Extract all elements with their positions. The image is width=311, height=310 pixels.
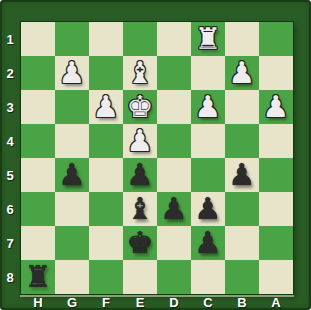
- square-f4[interactable]: [89, 124, 123, 158]
- chess-board-frame: 12345678 ♜♟♝♟♟♚♟♟♟♟♟♟♝♟♟♚♟♜ HGFEDCBA: [0, 0, 311, 310]
- square-e5[interactable]: ♟: [123, 158, 157, 192]
- square-a6[interactable]: [259, 192, 293, 226]
- square-a4[interactable]: [259, 124, 293, 158]
- square-e3[interactable]: ♚: [123, 90, 157, 124]
- square-h4[interactable]: [21, 124, 55, 158]
- square-d3[interactable]: [157, 90, 191, 124]
- square-c3[interactable]: ♟: [191, 90, 225, 124]
- square-f2[interactable]: [89, 56, 123, 90]
- piece-white-pawn[interactable]: ♟: [89, 90, 123, 124]
- square-a1[interactable]: [259, 22, 293, 56]
- piece-black-bishop[interactable]: ♝: [123, 192, 157, 226]
- square-e8[interactable]: [123, 260, 157, 294]
- square-g6[interactable]: [55, 192, 89, 226]
- file-labels: HGFEDCBA: [21, 294, 293, 310]
- square-h7[interactable]: [21, 226, 55, 260]
- square-f6[interactable]: [89, 192, 123, 226]
- file-label-h: H: [21, 294, 55, 310]
- square-h6[interactable]: [21, 192, 55, 226]
- square-b4[interactable]: [225, 124, 259, 158]
- square-e1[interactable]: [123, 22, 157, 56]
- rank-label-1: 1: [0, 22, 20, 56]
- file-label-b: B: [225, 294, 259, 310]
- square-b3[interactable]: [225, 90, 259, 124]
- square-b5[interactable]: ♟: [225, 158, 259, 192]
- square-b2[interactable]: ♟: [225, 56, 259, 90]
- file-label-f: F: [89, 294, 123, 310]
- square-d8[interactable]: [157, 260, 191, 294]
- square-e6[interactable]: ♝: [123, 192, 157, 226]
- square-d6[interactable]: ♟: [157, 192, 191, 226]
- square-e7[interactable]: ♚: [123, 226, 157, 260]
- square-g8[interactable]: [55, 260, 89, 294]
- rank-label-5: 5: [0, 158, 20, 192]
- square-g2[interactable]: ♟: [55, 56, 89, 90]
- square-d7[interactable]: [157, 226, 191, 260]
- square-a7[interactable]: [259, 226, 293, 260]
- rank-label-7: 7: [0, 226, 20, 260]
- square-c7[interactable]: ♟: [191, 226, 225, 260]
- piece-black-pawn[interactable]: ♟: [55, 158, 89, 192]
- square-b6[interactable]: [225, 192, 259, 226]
- piece-black-pawn[interactable]: ♟: [157, 192, 191, 226]
- square-g1[interactable]: [55, 22, 89, 56]
- file-label-c: C: [191, 294, 225, 310]
- piece-black-pawn[interactable]: ♟: [123, 158, 157, 192]
- file-label-a: A: [259, 294, 293, 310]
- square-f7[interactable]: [89, 226, 123, 260]
- square-a2[interactable]: [259, 56, 293, 90]
- square-d5[interactable]: [157, 158, 191, 192]
- square-h8[interactable]: ♜: [21, 260, 55, 294]
- piece-black-king[interactable]: ♚: [123, 226, 157, 260]
- square-g4[interactable]: [55, 124, 89, 158]
- rank-label-6: 6: [0, 192, 20, 226]
- chess-board: ♜♟♝♟♟♚♟♟♟♟♟♟♝♟♟♚♟♜: [20, 21, 294, 295]
- square-b7[interactable]: [225, 226, 259, 260]
- piece-white-pawn[interactable]: ♟: [123, 124, 157, 158]
- square-a8[interactable]: [259, 260, 293, 294]
- square-d2[interactable]: [157, 56, 191, 90]
- rank-label-3: 3: [0, 90, 20, 124]
- piece-black-rook[interactable]: ♜: [21, 260, 55, 294]
- square-a3[interactable]: ♟: [259, 90, 293, 124]
- square-b1[interactable]: [225, 22, 259, 56]
- square-f3[interactable]: ♟: [89, 90, 123, 124]
- square-c2[interactable]: [191, 56, 225, 90]
- file-label-d: D: [157, 294, 191, 310]
- square-d1[interactable]: [157, 22, 191, 56]
- rank-label-2: 2: [0, 56, 20, 90]
- piece-white-pawn[interactable]: ♟: [259, 90, 293, 124]
- square-f5[interactable]: [89, 158, 123, 192]
- piece-white-pawn[interactable]: ♟: [191, 90, 225, 124]
- square-h3[interactable]: [21, 90, 55, 124]
- square-h5[interactable]: [21, 158, 55, 192]
- file-label-e: E: [123, 294, 157, 310]
- piece-white-bishop[interactable]: ♝: [123, 56, 157, 90]
- square-g7[interactable]: [55, 226, 89, 260]
- piece-white-rook[interactable]: ♜: [191, 22, 225, 56]
- square-c1[interactable]: ♜: [191, 22, 225, 56]
- square-f8[interactable]: [89, 260, 123, 294]
- square-b8[interactable]: [225, 260, 259, 294]
- piece-black-pawn[interactable]: ♟: [225, 158, 259, 192]
- square-g5[interactable]: ♟: [55, 158, 89, 192]
- rank-label-8: 8: [0, 260, 20, 294]
- piece-white-king[interactable]: ♚: [123, 90, 157, 124]
- piece-black-pawn[interactable]: ♟: [191, 226, 225, 260]
- rank-labels: 12345678: [0, 22, 20, 294]
- piece-black-pawn[interactable]: ♟: [191, 192, 225, 226]
- square-d4[interactable]: [157, 124, 191, 158]
- square-c5[interactable]: [191, 158, 225, 192]
- square-h2[interactable]: [21, 56, 55, 90]
- square-e4[interactable]: ♟: [123, 124, 157, 158]
- square-h1[interactable]: [21, 22, 55, 56]
- square-f1[interactable]: [89, 22, 123, 56]
- square-a5[interactable]: [259, 158, 293, 192]
- file-label-g: G: [55, 294, 89, 310]
- piece-white-pawn[interactable]: ♟: [55, 56, 89, 90]
- square-g3[interactable]: [55, 90, 89, 124]
- square-e2[interactable]: ♝: [123, 56, 157, 90]
- square-c4[interactable]: [191, 124, 225, 158]
- square-c6[interactable]: ♟: [191, 192, 225, 226]
- square-c8[interactable]: [191, 260, 225, 294]
- rank-label-4: 4: [0, 124, 20, 158]
- piece-white-pawn[interactable]: ♟: [225, 56, 259, 90]
